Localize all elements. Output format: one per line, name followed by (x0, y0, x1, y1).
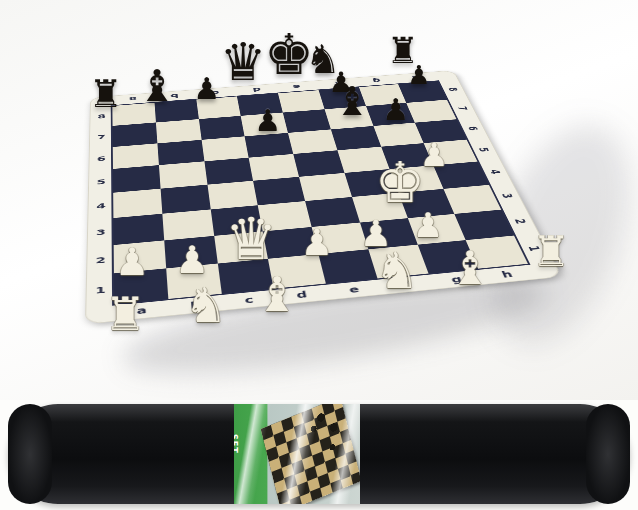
rank-label-3-right: 3 (499, 192, 515, 200)
tube-cap-right (586, 404, 630, 504)
rank-label-4-right: 4 (488, 168, 503, 175)
black-king-e8: ♚ (264, 27, 314, 83)
black-knight-f8: ♞ (305, 39, 341, 79)
file-label-b-bottom: b (188, 300, 204, 310)
tube-label-glare (234, 404, 360, 504)
rank-label-2-right: 2 (512, 217, 529, 225)
file-label-h-bottom: h (498, 270, 516, 280)
file-label-f-top: f (331, 81, 344, 87)
rank-label-6-right: 6 (466, 125, 480, 132)
square-a1 (114, 269, 168, 305)
black-rook-g8: ♜ (387, 33, 419, 69)
file-label-a-bottom: a (134, 305, 149, 315)
rank-label-5-left: 5 (95, 178, 108, 186)
file-label-e-top: e (291, 84, 304, 90)
rank-label-1-right: 1 (526, 244, 543, 253)
rank-label-5-right: 5 (476, 146, 491, 153)
square-d1 (268, 254, 326, 288)
rank-label-3-left: 3 (94, 228, 108, 237)
file-label-d-top: d (250, 87, 262, 93)
rank-label-7-left: 7 (95, 134, 107, 141)
file-label-c-top: c (210, 90, 222, 96)
board-photo-area: aabbccddeeffgghh1122334455667788 ♝♛♚♞♜♜♟… (0, 0, 638, 400)
file-label-d-bottom: d (294, 290, 310, 300)
carrying-tube: SET (8, 404, 630, 504)
file-label-g-bottom: g (448, 274, 465, 284)
file-label-f-bottom: f (397, 279, 414, 289)
black-queen-d8: ♛ (220, 36, 267, 88)
rank-label-8-right: 8 (446, 86, 460, 92)
rank-label-4-left: 4 (94, 202, 107, 210)
square-b1 (166, 264, 221, 299)
file-label-a-top: a (127, 96, 139, 102)
rank-label-8-left: 8 (96, 113, 108, 119)
file-label-b-top: b (169, 93, 181, 99)
file-label-g-top: g (370, 78, 383, 84)
tube-cap-left (8, 404, 52, 504)
square-e1 (318, 249, 377, 283)
tube-label: SET (234, 404, 360, 504)
file-label-c-bottom: c (241, 295, 257, 305)
square-c1 (217, 259, 274, 294)
square-h1 (466, 236, 528, 269)
chess-board-grid (112, 81, 528, 304)
rank-label-6-left: 6 (95, 155, 108, 162)
file-label-e-bottom: e (346, 284, 363, 294)
file-label-h-top: h (409, 75, 422, 81)
rank-label-1-left: 1 (93, 285, 108, 295)
rank-label-2-left: 2 (93, 255, 107, 264)
rank-label-7-right: 7 (456, 105, 470, 111)
